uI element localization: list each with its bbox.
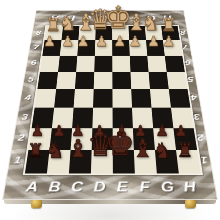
square-d3[interactable] [92, 108, 112, 128]
square-g5[interactable] [149, 72, 169, 89]
rank-label-left-1: 1 [13, 155, 21, 165]
square-a7[interactable] [42, 40, 61, 55]
square-b1[interactable] [47, 150, 71, 174]
square-e8[interactable] [112, 26, 129, 40]
brass-hinge-right [185, 199, 196, 208]
rank-label-right-8: 8 [180, 29, 186, 35]
square-g6[interactable] [147, 55, 166, 71]
chess-set-photo: ABCDEFGHABCDEFGH1234567812345678 ♜♞♝♛♚♝♞… [0, 0, 220, 220]
square-f8[interactable] [129, 26, 147, 40]
square-f6[interactable] [130, 55, 149, 71]
square-c6[interactable] [76, 55, 95, 71]
square-d6[interactable] [94, 55, 112, 71]
square-g3[interactable] [152, 108, 174, 128]
square-b5[interactable] [56, 72, 76, 89]
rank-label-right-3: 3 [193, 112, 201, 120]
square-b8[interactable] [61, 26, 79, 40]
rank-label-left-8: 8 [35, 29, 41, 35]
square-d7[interactable] [95, 40, 112, 55]
square-a5[interactable] [37, 72, 58, 89]
square-g2[interactable] [153, 128, 176, 150]
square-d1[interactable] [91, 150, 113, 174]
square-e3[interactable] [113, 108, 133, 128]
square-b7[interactable] [60, 40, 79, 55]
square-h4[interactable] [169, 89, 191, 108]
rank-label-left-2: 2 [17, 133, 25, 142]
square-h5[interactable] [167, 72, 188, 89]
rank-label-left-4: 4 [24, 93, 31, 101]
square-e6[interactable] [112, 55, 130, 71]
file-label-top-D: D [98, 14, 107, 21]
square-d2[interactable] [92, 128, 113, 150]
rank-label-left-6: 6 [30, 59, 37, 66]
rank-label-left-3: 3 [21, 112, 29, 120]
square-a1[interactable] [25, 150, 50, 174]
square-f4[interactable] [131, 89, 151, 108]
square-c7[interactable] [77, 40, 95, 55]
square-a2[interactable] [28, 128, 51, 150]
file-label-bottom-G: G [160, 180, 174, 194]
file-label-bottom-D: D [94, 180, 106, 194]
square-c8[interactable] [78, 26, 95, 40]
square-g8[interactable] [145, 26, 163, 40]
square-h6[interactable] [165, 55, 185, 71]
file-label-top-A: A [50, 14, 60, 21]
square-e2[interactable] [113, 128, 134, 150]
rank-label-left-7: 7 [33, 44, 39, 50]
brass-hinge-left [31, 199, 42, 208]
square-d5[interactable] [94, 72, 113, 89]
square-b3[interactable] [52, 108, 74, 128]
square-h7[interactable] [163, 40, 182, 55]
square-c2[interactable] [71, 128, 93, 150]
file-label-bottom-E: E [117, 180, 128, 194]
square-g7[interactable] [146, 40, 165, 55]
square-d8[interactable] [95, 26, 112, 40]
square-e5[interactable] [112, 72, 131, 89]
square-e1[interactable] [113, 150, 135, 174]
square-f2[interactable] [133, 128, 155, 150]
square-h1[interactable] [176, 150, 201, 174]
rank-label-right-7: 7 [182, 44, 188, 50]
square-b6[interactable] [58, 55, 77, 71]
square-f7[interactable] [129, 40, 147, 55]
square-c5[interactable] [75, 72, 94, 89]
rank-label-right-1: 1 [200, 155, 208, 165]
square-g1[interactable] [155, 150, 179, 174]
square-c1[interactable] [69, 150, 92, 174]
square-f5[interactable] [130, 72, 150, 89]
file-label-top-G: G [146, 14, 156, 21]
file-label-bottom-F: F [139, 180, 150, 194]
square-f3[interactable] [132, 108, 153, 128]
square-a4[interactable] [35, 89, 57, 108]
chess-board: ABCDEFGHABCDEFGH1234567812345678 [2, 10, 218, 200]
square-h8[interactable] [161, 26, 180, 40]
square-g4[interactable] [150, 89, 171, 108]
file-label-bottom-C: C [71, 180, 84, 194]
file-label-top-B: B [66, 14, 75, 21]
square-b4[interactable] [54, 89, 75, 108]
square-f1[interactable] [134, 150, 157, 174]
square-c4[interactable] [74, 89, 94, 108]
file-label-top-E: E [115, 14, 123, 21]
square-b2[interactable] [49, 128, 72, 150]
board-grid [23, 25, 203, 175]
file-label-top-C: C [82, 14, 91, 21]
file-label-top-F: F [131, 14, 139, 21]
square-a6[interactable] [40, 55, 60, 71]
square-e4[interactable] [112, 89, 132, 108]
square-h3[interactable] [171, 108, 194, 128]
file-label-top-H: H [162, 14, 172, 21]
rank-label-right-5: 5 [187, 76, 194, 83]
rank-label-right-6: 6 [185, 59, 192, 66]
square-h2[interactable] [173, 128, 197, 150]
rank-label-left-5: 5 [27, 76, 34, 83]
file-label-bottom-B: B [48, 180, 61, 194]
square-a3[interactable] [32, 108, 54, 128]
file-label-bottom-H: H [183, 180, 197, 194]
rank-label-right-4: 4 [190, 93, 197, 101]
square-e7[interactable] [112, 40, 130, 55]
square-a8[interactable] [45, 26, 63, 40]
square-c3[interactable] [72, 108, 93, 128]
file-label-bottom-A: A [25, 180, 39, 194]
square-d4[interactable] [93, 89, 112, 108]
rank-label-right-2: 2 [197, 133, 205, 142]
